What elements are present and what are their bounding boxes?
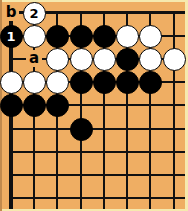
white-stone: [163, 48, 186, 71]
white-stone: [0, 71, 23, 94]
white-stone: [23, 71, 46, 94]
white-stone: [93, 48, 116, 71]
white-stone: [46, 48, 69, 71]
white-stone: [70, 48, 93, 71]
black-stone: [116, 71, 139, 94]
black-stone: [46, 94, 69, 117]
black-stone: [70, 118, 93, 141]
black-stone: [0, 94, 23, 117]
grid-line-horizontal: [9, 128, 185, 130]
grid-line-horizontal: [9, 174, 185, 176]
white-stone: [116, 25, 139, 48]
black-stone: [93, 71, 116, 94]
white-stone: [23, 25, 46, 48]
point-label-a: a: [26, 50, 42, 67]
black-stone: [139, 71, 162, 94]
black-stone: [70, 71, 93, 94]
grid-line-horizontal: [9, 151, 185, 153]
white-stone: [139, 48, 162, 71]
black-stone: [23, 94, 46, 117]
white-stone-2: 2: [23, 2, 46, 25]
white-stone: [139, 25, 162, 48]
black-stone-1: 1: [0, 25, 23, 48]
black-stone: [116, 48, 139, 71]
grid-line-horizontal: [9, 197, 185, 199]
white-stone: [46, 71, 69, 94]
grid-line-vertical: [173, 11, 175, 209]
black-stone: [46, 25, 69, 48]
black-stone: [70, 25, 93, 48]
point-label-b: b: [3, 4, 19, 21]
diagram-frame: b21a: [0, 0, 188, 211]
black-stone: [93, 25, 116, 48]
